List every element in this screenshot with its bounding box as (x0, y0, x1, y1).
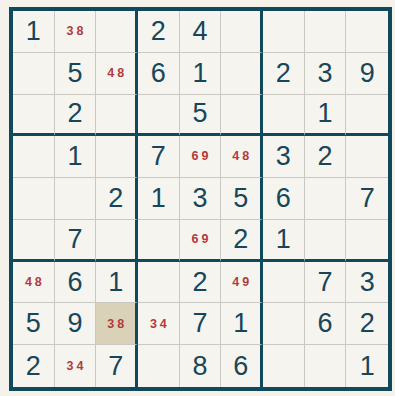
digit: 3 (276, 143, 291, 170)
digit: 5 (192, 100, 207, 127)
cell-r3c2[interactable]: 2 (55, 95, 97, 137)
digit: 2 (151, 18, 166, 45)
cell-r4c8[interactable]: 2 (305, 136, 347, 178)
cell-r7c3[interactable]: 1 (96, 262, 138, 304)
pencil-marks: 49 (232, 276, 252, 289)
digit: 6 (276, 185, 291, 212)
cell-r9c2[interactable]: 34 (55, 345, 97, 387)
digit: 1 (67, 143, 82, 170)
cell-r8c6[interactable]: 1 (221, 303, 263, 345)
cell-r6c7[interactable]: 1 (263, 220, 305, 262)
digit: 1 (26, 18, 41, 45)
digit: 7 (108, 353, 123, 380)
cell-r7c5[interactable]: 2 (180, 262, 222, 304)
pencil-marks: 34 (150, 318, 170, 331)
digit: 1 (317, 100, 332, 127)
cell-r3c1[interactable] (13, 95, 55, 137)
pencil-marks: 34 (67, 360, 87, 373)
cell-r2c3[interactable]: 48 (96, 53, 138, 95)
digit: 9 (67, 310, 82, 337)
cell-r5c9[interactable]: 7 (346, 178, 388, 220)
pencil-marks: 38 (107, 318, 127, 331)
cell-r1c6[interactable] (221, 11, 263, 53)
digit: 8 (192, 353, 207, 380)
cell-r7c2[interactable]: 6 (55, 262, 97, 304)
cell-r8c1[interactable]: 5 (13, 303, 55, 345)
cell-r7c4[interactable] (138, 262, 180, 304)
cell-r9c6[interactable]: 6 (221, 345, 263, 387)
digit: 1 (233, 310, 248, 337)
digit: 3 (192, 185, 207, 212)
digit: 3 (360, 269, 375, 296)
cell-r3c5[interactable]: 5 (180, 95, 222, 137)
cell-r3c4[interactable] (138, 95, 180, 137)
sudoku-board: 1382454861239251176948322135677692148612… (9, 7, 392, 391)
cell-r1c8[interactable] (305, 11, 347, 53)
cell-r6c9[interactable] (346, 220, 388, 262)
digit: 2 (276, 60, 291, 87)
cell-r6c3[interactable] (96, 220, 138, 262)
cell-r3c7[interactable] (263, 95, 305, 137)
digit: 2 (233, 226, 248, 253)
cell-r2c4[interactable]: 6 (138, 53, 180, 95)
digit: 2 (360, 310, 375, 337)
cell-r8c5[interactable]: 7 (180, 303, 222, 345)
cell-r1c9[interactable] (346, 11, 388, 53)
digit: 2 (317, 143, 332, 170)
digit: 4 (192, 18, 207, 45)
pencil-marks: 48 (232, 150, 252, 163)
cell-r9c4[interactable] (138, 345, 180, 387)
cell-r6c8[interactable] (305, 220, 347, 262)
cell-r2c9[interactable]: 9 (346, 53, 388, 95)
cell-r2c1[interactable] (13, 53, 55, 95)
digit: 7 (317, 269, 332, 296)
cell-r4c6[interactable]: 48 (221, 136, 263, 178)
cell-r6c6[interactable]: 2 (221, 220, 263, 262)
cell-r1c1[interactable]: 1 (13, 11, 55, 53)
cell-r8c8[interactable]: 6 (305, 303, 347, 345)
digit: 7 (151, 143, 166, 170)
cell-r1c2[interactable]: 38 (55, 11, 97, 53)
cell-r8c3[interactable]: 38 (96, 303, 138, 345)
cell-r4c5[interactable]: 69 (180, 136, 222, 178)
digit: 9 (360, 60, 375, 87)
cell-r4c4[interactable]: 7 (138, 136, 180, 178)
digit: 1 (192, 60, 207, 87)
cell-r9c9[interactable]: 1 (346, 345, 388, 387)
cell-r8c4[interactable]: 34 (138, 303, 180, 345)
cell-r3c3[interactable] (96, 95, 138, 137)
cell-r5c1[interactable] (13, 178, 55, 220)
digit: 1 (276, 226, 291, 253)
cell-r7c9[interactable]: 3 (346, 262, 388, 304)
cell-r2c8[interactable]: 3 (305, 53, 347, 95)
cell-r8c7[interactable] (263, 303, 305, 345)
cell-r6c1[interactable] (13, 220, 55, 262)
cell-r2c7[interactable]: 2 (263, 53, 305, 95)
cell-r9c1[interactable]: 2 (13, 345, 55, 387)
digit: 2 (26, 353, 41, 380)
digit: 3 (317, 60, 332, 87)
cell-r3c8[interactable]: 1 (305, 95, 347, 137)
cell-r1c4[interactable]: 2 (138, 11, 180, 53)
cell-r8c2[interactable]: 9 (55, 303, 97, 345)
digit: 5 (233, 185, 248, 212)
cell-r2c2[interactable]: 5 (55, 53, 97, 95)
cell-r9c5[interactable]: 8 (180, 345, 222, 387)
cell-r5c4[interactable]: 1 (138, 178, 180, 220)
cell-r1c7[interactable] (263, 11, 305, 53)
cell-r1c3[interactable] (96, 11, 138, 53)
digit: 2 (192, 269, 207, 296)
cell-r5c3[interactable]: 2 (96, 178, 138, 220)
cell-r5c5[interactable]: 3 (180, 178, 222, 220)
cell-r4c7[interactable]: 3 (263, 136, 305, 178)
cell-r7c6[interactable]: 49 (221, 262, 263, 304)
cell-r7c7[interactable] (263, 262, 305, 304)
digit: 1 (151, 185, 166, 212)
digit: 2 (108, 185, 123, 212)
digit: 6 (317, 310, 332, 337)
cell-r6c5[interactable]: 69 (180, 220, 222, 262)
digit: 7 (67, 226, 82, 253)
cell-r3c9[interactable] (346, 95, 388, 137)
digit: 1 (360, 353, 375, 380)
cell-r7c1[interactable]: 48 (13, 262, 55, 304)
pencil-marks: 38 (67, 25, 87, 38)
cell-r8c9[interactable]: 2 (346, 303, 388, 345)
cell-r5c7[interactable]: 6 (263, 178, 305, 220)
cell-r5c2[interactable] (55, 178, 97, 220)
cell-r1c5[interactable]: 4 (180, 11, 222, 53)
pencil-marks: 69 (192, 150, 212, 163)
digit: 2 (67, 100, 82, 127)
cell-r2c6[interactable] (221, 53, 263, 95)
cell-r2c5[interactable]: 1 (180, 53, 222, 95)
cell-r6c2[interactable]: 7 (55, 220, 97, 262)
cell-r9c3[interactable]: 7 (96, 345, 138, 387)
cell-r6c4[interactable] (138, 220, 180, 262)
cell-r7c8[interactable]: 7 (305, 262, 347, 304)
cell-r5c6[interactable]: 5 (221, 178, 263, 220)
digit: 5 (67, 60, 82, 87)
pencil-marks: 48 (25, 276, 45, 289)
digit: 5 (26, 310, 41, 337)
pencil-marks: 69 (192, 233, 212, 246)
cell-r4c2[interactable]: 1 (55, 136, 97, 178)
digit: 6 (233, 353, 248, 380)
digit: 7 (192, 310, 207, 337)
digit: 7 (360, 185, 375, 212)
pencil-marks: 48 (107, 67, 127, 80)
cell-r3c6[interactable] (221, 95, 263, 137)
cell-r4c1[interactable] (13, 136, 55, 178)
cell-r4c9[interactable] (346, 136, 388, 178)
cell-r5c8[interactable] (305, 178, 347, 220)
digit: 6 (151, 60, 166, 87)
digit: 1 (108, 269, 123, 296)
cell-r9c8[interactable] (305, 345, 347, 387)
digit: 6 (67, 269, 82, 296)
cell-r9c7[interactable] (263, 345, 305, 387)
cell-r4c3[interactable] (96, 136, 138, 178)
